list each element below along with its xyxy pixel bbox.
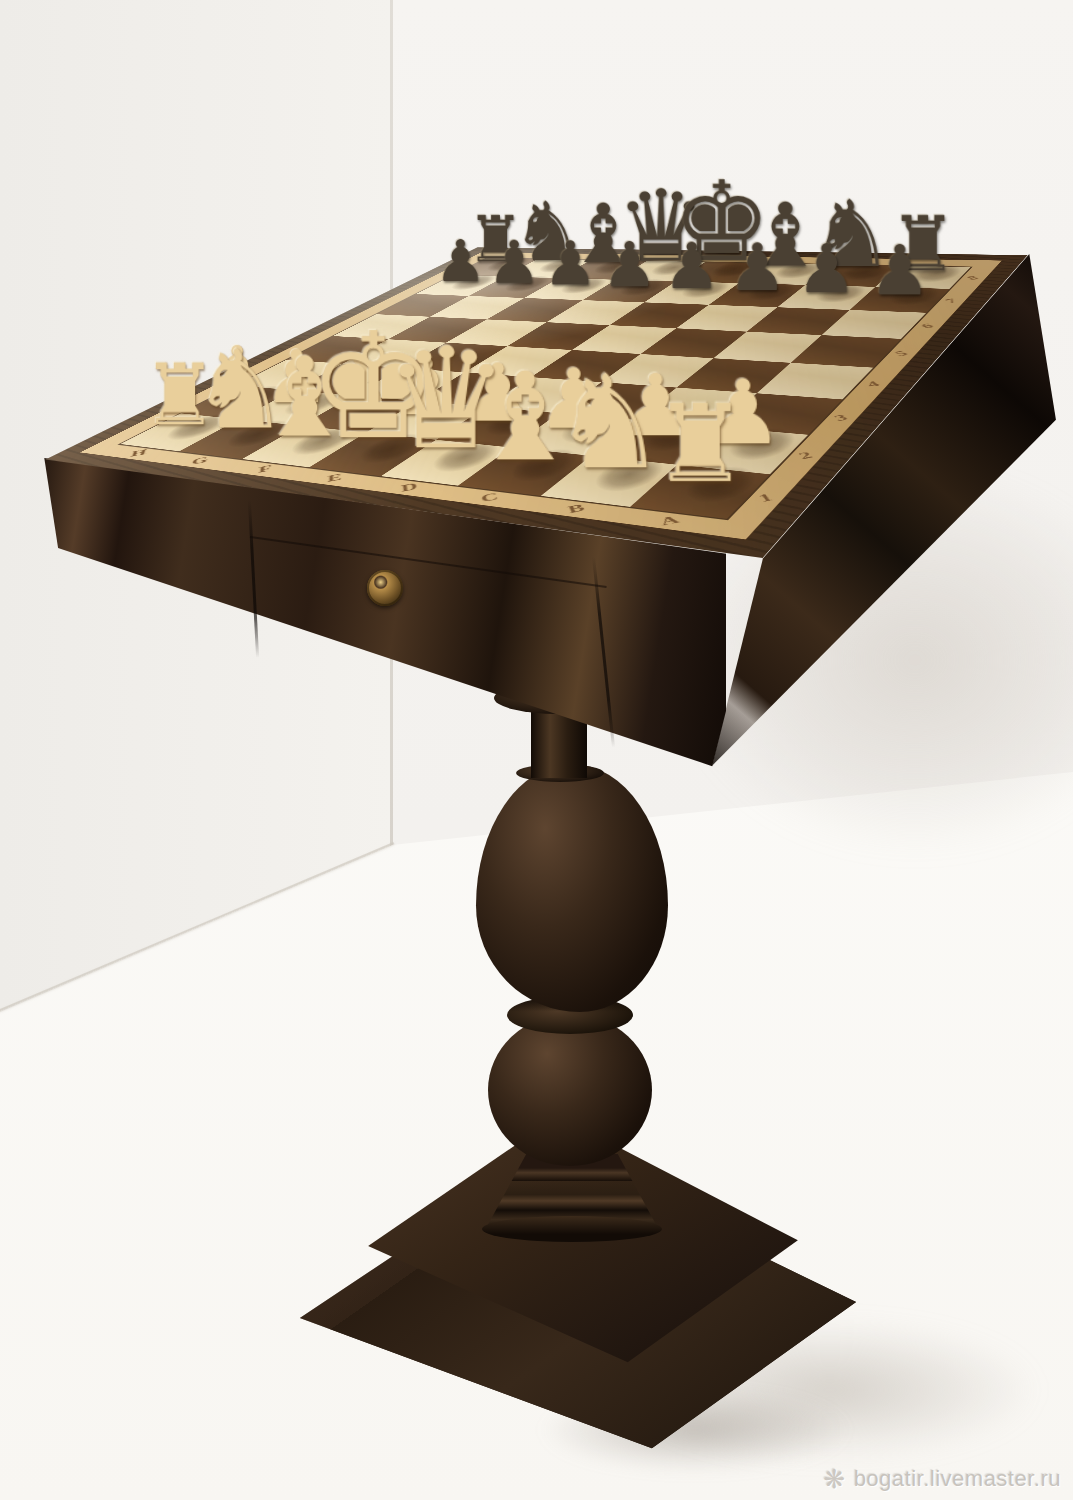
drawer-knob[interactable] [367,570,403,606]
pedestal-ball-bulb [488,1014,652,1166]
snowflake-logo-icon: ❋ [823,1466,845,1492]
watermark-text: bogatir.livemaster.ru [854,1466,1061,1492]
pedestal-foot-disc [482,1216,662,1242]
watermark: ❋ bogatir.livemaster.ru [823,1466,1061,1492]
photo-stage: { "game": "chess", "scene": "dark wooden… [0,0,1073,1500]
